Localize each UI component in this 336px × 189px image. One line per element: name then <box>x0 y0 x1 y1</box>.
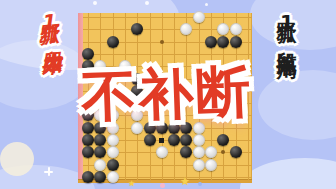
stone-white <box>193 134 205 146</box>
star-icon-1: ★ <box>180 176 190 187</box>
stone-black <box>82 48 94 60</box>
stone-black <box>168 134 180 146</box>
stone-black <box>230 146 242 158</box>
center-title-text: 不补断 <box>69 55 265 136</box>
flower-sparkle-icon <box>44 167 53 176</box>
square-marker <box>159 138 164 143</box>
stone-black <box>107 159 119 171</box>
blue-dot <box>198 182 202 186</box>
left-banner-text: 野狐1段力大如牛 <box>33 7 62 42</box>
sparkle-dot-2 <box>145 1 149 5</box>
stone-black <box>82 134 94 146</box>
stone-black <box>94 134 106 146</box>
pink-dot <box>160 183 165 188</box>
stone-white <box>107 134 119 146</box>
stone-black <box>82 146 94 158</box>
sparkle-dot-1 <box>93 1 97 5</box>
stone-white <box>193 159 205 171</box>
stone-black <box>217 134 229 146</box>
star-icon-2: ★ <box>128 180 135 188</box>
stone-white <box>193 146 205 158</box>
stone-black <box>205 36 217 48</box>
stone-black <box>230 36 242 48</box>
star-point <box>160 40 164 44</box>
cream-circle <box>0 142 34 176</box>
stone-white <box>156 146 168 158</box>
sparkle-dot-3 <box>205 3 208 6</box>
star-point <box>221 150 225 154</box>
stone-white <box>230 23 242 35</box>
cloud-right-mid <box>258 70 336 140</box>
stone-black <box>180 146 192 158</box>
stone-white <box>180 23 192 35</box>
stone-black <box>144 134 156 146</box>
stone-white <box>193 11 205 23</box>
thumbnail-scene: ★ ★ 野狐1段力大如牛 野狐1段第九十局 不补断 <box>0 0 336 189</box>
stone-black <box>82 171 94 183</box>
stone-black <box>131 23 143 35</box>
stone-white <box>205 159 217 171</box>
cloud-bottom-right <box>240 158 336 189</box>
stone-white <box>205 146 217 158</box>
stone-white <box>107 146 119 158</box>
stone-black <box>180 134 192 146</box>
grid-line-h <box>83 54 252 55</box>
stone-white <box>107 171 119 183</box>
stone-black <box>107 36 119 48</box>
stone-black <box>217 36 229 48</box>
grid-line-h <box>83 17 252 18</box>
stone-black <box>94 146 106 158</box>
stone-white <box>94 159 106 171</box>
right-banner-text: 野狐1段第九十局 <box>274 6 300 46</box>
stone-white <box>217 23 229 35</box>
